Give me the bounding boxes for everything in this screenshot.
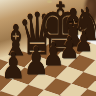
- king-finial-highlight: [47, 0, 52, 3]
- chess-set-photo: ♝♛♚♝♞♟♟♟♟♟: [0, 0, 96, 96]
- pawn-1-piece: ♟: [1, 48, 25, 84]
- pawn-5-piece: ♟: [74, 28, 93, 56]
